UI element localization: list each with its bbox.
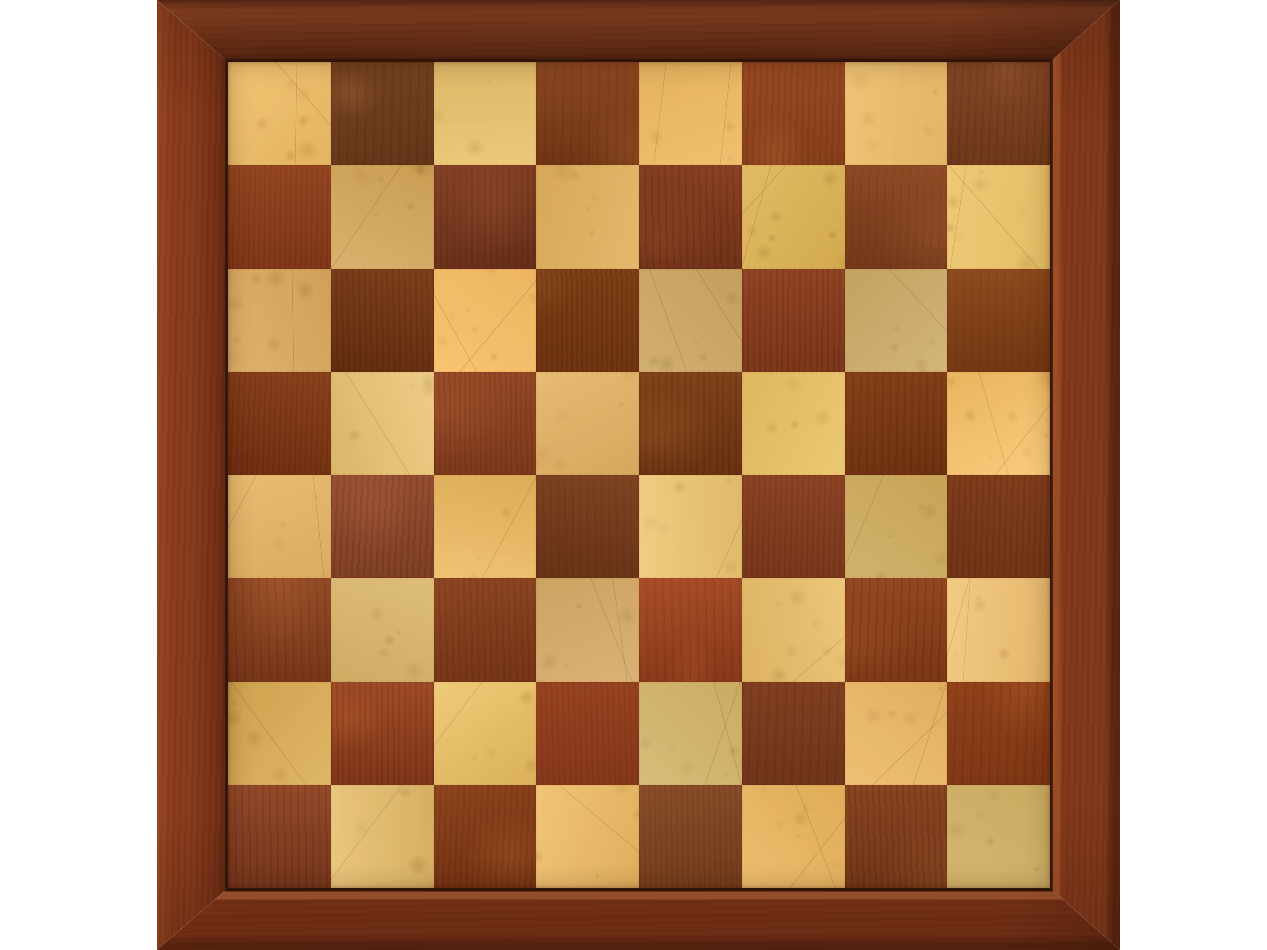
square-g4[interactable] — [845, 475, 948, 578]
square-c2[interactable] — [434, 682, 537, 785]
square-f3[interactable] — [742, 578, 845, 681]
square-d6[interactable] — [536, 269, 639, 372]
square-c1[interactable] — [434, 785, 537, 888]
square-b7[interactable] — [331, 165, 434, 268]
square-g7[interactable] — [845, 165, 948, 268]
square-f6[interactable] — [742, 269, 845, 372]
square-d7[interactable] — [536, 165, 639, 268]
square-c3[interactable] — [434, 578, 537, 681]
square-h3[interactable] — [947, 578, 1050, 681]
square-f4[interactable] — [742, 475, 845, 578]
square-e2[interactable] — [639, 682, 742, 785]
square-e3[interactable] — [639, 578, 742, 681]
square-h7[interactable] — [947, 165, 1050, 268]
chess-board — [157, 0, 1120, 950]
square-c6[interactable] — [434, 269, 537, 372]
square-b8[interactable] — [331, 62, 434, 165]
square-c8[interactable] — [434, 62, 537, 165]
square-b6[interactable] — [331, 269, 434, 372]
square-h8[interactable] — [947, 62, 1050, 165]
square-h4[interactable] — [947, 475, 1050, 578]
square-g1[interactable] — [845, 785, 948, 888]
square-g3[interactable] — [845, 578, 948, 681]
square-b1[interactable] — [331, 785, 434, 888]
square-b4[interactable] — [331, 475, 434, 578]
square-a7[interactable] — [228, 165, 331, 268]
square-c7[interactable] — [434, 165, 537, 268]
square-d4[interactable] — [536, 475, 639, 578]
square-g8[interactable] — [845, 62, 948, 165]
board-squares-grid — [228, 62, 1050, 888]
square-e5[interactable] — [639, 372, 742, 475]
square-a4[interactable] — [228, 475, 331, 578]
square-a5[interactable] — [228, 372, 331, 475]
square-h5[interactable] — [947, 372, 1050, 475]
square-d8[interactable] — [536, 62, 639, 165]
square-e8[interactable] — [639, 62, 742, 165]
square-a8[interactable] — [228, 62, 331, 165]
square-h6[interactable] — [947, 269, 1050, 372]
square-a1[interactable] — [228, 785, 331, 888]
square-e6[interactable] — [639, 269, 742, 372]
square-e1[interactable] — [639, 785, 742, 888]
square-b5[interactable] — [331, 372, 434, 475]
square-a2[interactable] — [228, 682, 331, 785]
square-c5[interactable] — [434, 372, 537, 475]
square-d5[interactable] — [536, 372, 639, 475]
square-b2[interactable] — [331, 682, 434, 785]
square-f2[interactable] — [742, 682, 845, 785]
square-g2[interactable] — [845, 682, 948, 785]
square-e7[interactable] — [639, 165, 742, 268]
square-f1[interactable] — [742, 785, 845, 888]
photo-white-background: { "game": "chess", "description": "Overh… — [0, 0, 1267, 950]
square-h2[interactable] — [947, 682, 1050, 785]
square-d2[interactable] — [536, 682, 639, 785]
square-d1[interactable] — [536, 785, 639, 888]
square-a6[interactable] — [228, 269, 331, 372]
square-b3[interactable] — [331, 578, 434, 681]
square-c4[interactable] — [434, 475, 537, 578]
square-f5[interactable] — [742, 372, 845, 475]
square-a3[interactable] — [228, 578, 331, 681]
square-g5[interactable] — [845, 372, 948, 475]
square-f8[interactable] — [742, 62, 845, 165]
square-e4[interactable] — [639, 475, 742, 578]
square-h1[interactable] — [947, 785, 1050, 888]
square-f7[interactable] — [742, 165, 845, 268]
square-g6[interactable] — [845, 269, 948, 372]
square-d3[interactable] — [536, 578, 639, 681]
